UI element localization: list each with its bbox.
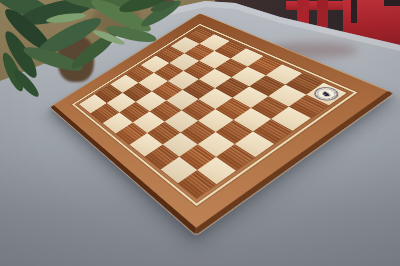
photo-scene: ♞	[0, 0, 400, 266]
knight-logo-icon: ♞	[320, 90, 333, 97]
chair-slat-gap	[384, 0, 400, 6]
chair-slat-gap	[351, 0, 357, 23]
chair-rail	[286, 1, 346, 10]
chair-post	[297, 0, 309, 24]
